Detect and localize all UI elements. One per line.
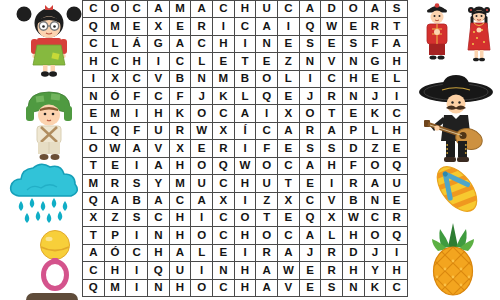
grid-cell[interactable]: I	[235, 193, 256, 209]
grid-cell[interactable]: X	[213, 123, 234, 139]
mariachi-image	[413, 71, 500, 163]
grid-cell[interactable]: K	[170, 105, 191, 121]
grid-cell[interactable]: I	[300, 71, 321, 87]
grid-cell[interactable]: S	[300, 140, 321, 156]
grid-cell[interactable]: A	[126, 140, 147, 156]
grid-cell[interactable]: A	[105, 193, 126, 209]
grid-cell[interactable]: E	[321, 36, 342, 52]
grid-cell[interactable]: V	[148, 140, 169, 156]
grid-cell[interactable]: L	[321, 227, 342, 243]
grid-cell[interactable]: O	[256, 158, 277, 174]
grid-cell[interactable]: E	[386, 193, 407, 209]
grid-cell[interactable]: C	[321, 71, 342, 87]
word-search-grid: COCAMACHUCADOASQMEXERICAIQWERTCLÁGACHINE…	[82, 0, 408, 297]
chaves-boy-image	[20, 84, 78, 162]
grid-cell[interactable]: S	[343, 36, 364, 52]
grid-cell[interactable]: H	[386, 53, 407, 69]
grid-cell[interactable]: F	[126, 123, 147, 139]
grid-cell[interactable]: I	[191, 262, 212, 278]
grid-cell[interactable]: C	[126, 1, 147, 17]
grid-cell[interactable]: E	[213, 245, 234, 261]
grid-cell[interactable]: X	[105, 71, 126, 87]
grid-cell[interactable]: M	[170, 1, 191, 17]
grid-cell[interactable]: E	[365, 71, 386, 87]
grid-cell[interactable]: A	[300, 1, 321, 17]
grid-cell[interactable]: Q	[83, 18, 104, 34]
grid-cell[interactable]: C	[126, 245, 147, 261]
grid-cell[interactable]: Q	[300, 18, 321, 34]
grid-cell[interactable]: J	[365, 88, 386, 104]
grid-cell[interactable]: H	[170, 227, 191, 243]
grid-cell[interactable]: R	[191, 18, 212, 34]
grid-cell[interactable]: J	[300, 88, 321, 104]
grid-cell[interactable]: I	[256, 105, 277, 121]
grid-cell[interactable]: X	[83, 210, 104, 226]
grid-cell[interactable]: L	[191, 245, 212, 261]
grid-cell[interactable]: U	[191, 175, 212, 191]
grid-cell[interactable]: B	[126, 193, 147, 209]
grid-cell[interactable]: Q	[256, 88, 277, 104]
grid-cell[interactable]: H	[170, 210, 191, 226]
grid-cell[interactable]: O	[191, 158, 212, 174]
grid-cell[interactable]: Q	[386, 227, 407, 243]
grid-cell[interactable]: A	[278, 123, 299, 139]
grid-cell[interactable]: Y	[148, 175, 169, 191]
grid-cell[interactable]: X	[278, 193, 299, 209]
grid-cell[interactable]: O	[300, 105, 321, 121]
grid-cell[interactable]: Q	[300, 210, 321, 226]
grid-cell[interactable]: I	[235, 36, 256, 52]
grid-cell[interactable]: C	[213, 1, 234, 17]
grid-cell[interactable]: H	[343, 262, 364, 278]
grid-cell[interactable]: E	[213, 53, 234, 69]
grid-cell[interactable]: Q	[105, 123, 126, 139]
grid-cell[interactable]: N	[343, 88, 364, 104]
grid-cell[interactable]: S	[386, 1, 407, 17]
grid-cell[interactable]: I	[191, 210, 212, 226]
grid-cell[interactable]: T	[83, 227, 104, 243]
grid-cell[interactable]: C	[278, 1, 299, 17]
grid-cell[interactable]: L	[105, 36, 126, 52]
grid-cell[interactable]: E	[278, 210, 299, 226]
baby-rattle-image	[32, 228, 78, 292]
grid-cell[interactable]: Y	[365, 262, 386, 278]
grid-cell[interactable]: C	[213, 175, 234, 191]
grid-cell[interactable]: C	[170, 193, 191, 209]
grid-cell[interactable]: X	[321, 210, 342, 226]
grid-cell[interactable]: H	[148, 105, 169, 121]
grid-cell[interactable]: N	[148, 280, 169, 296]
grid-cell[interactable]: L	[191, 53, 212, 69]
grid-cell[interactable]: Q	[83, 193, 104, 209]
grid-cell[interactable]: H	[343, 227, 364, 243]
grid-cell[interactable]: R	[213, 140, 234, 156]
grid-cell[interactable]: E	[300, 262, 321, 278]
grid-cell[interactable]: Í	[235, 123, 256, 139]
grid-cell[interactable]: S	[300, 36, 321, 52]
grid-cell[interactable]: U	[256, 1, 277, 17]
grid-cell[interactable]: C	[213, 210, 234, 226]
grid-cell[interactable]: J	[365, 245, 386, 261]
grid-cell[interactable]: D	[321, 1, 342, 17]
grid-cell[interactable]: S	[126, 210, 147, 226]
grid-cell[interactable]: H	[235, 227, 256, 243]
grid-cell[interactable]: A	[365, 1, 386, 17]
grid-cell[interactable]: O	[191, 280, 212, 296]
grid-cell[interactable]: W	[105, 140, 126, 156]
grid-cell[interactable]: F	[365, 36, 386, 52]
grid-cell[interactable]: Ó	[105, 88, 126, 104]
grid-cell[interactable]: T	[256, 210, 277, 226]
grid-cell[interactable]: Q	[148, 262, 169, 278]
grid-cell[interactable]: H	[235, 262, 256, 278]
grid-cell[interactable]: M	[170, 175, 191, 191]
grid-cell[interactable]: Ó	[105, 245, 126, 261]
grid-cell[interactable]: V	[278, 280, 299, 296]
grid-cell[interactable]: A	[235, 105, 256, 121]
grid-cell[interactable]: X	[170, 140, 191, 156]
grid-cell[interactable]: W	[343, 210, 364, 226]
grid-cell[interactable]: A	[256, 18, 277, 34]
grid-cell[interactable]: S	[126, 175, 147, 191]
grid-cell[interactable]: I	[213, 18, 234, 34]
grid-cell[interactable]: E	[343, 105, 364, 121]
grid-cell[interactable]: W	[278, 262, 299, 278]
grid-cell[interactable]: H	[105, 262, 126, 278]
cropped-hat-image	[26, 293, 78, 300]
grid-cell[interactable]: H	[386, 262, 407, 278]
grid-cell[interactable]: A	[365, 175, 386, 191]
grid-cell[interactable]: I	[235, 140, 256, 156]
grid-cell[interactable]: O	[256, 227, 277, 243]
grid-cell[interactable]: H	[213, 36, 234, 52]
grid-cell[interactable]: U	[386, 175, 407, 191]
grid-cell[interactable]: U	[148, 123, 169, 139]
grid-cell[interactable]: E	[300, 280, 321, 296]
grid-cell[interactable]: A	[148, 158, 169, 174]
grid-cell[interactable]: H	[83, 53, 104, 69]
grid-cell[interactable]: J	[300, 245, 321, 261]
grid-cell[interactable]: U	[256, 175, 277, 191]
grid-cell[interactable]: L	[83, 123, 104, 139]
grid-cell[interactable]: N	[365, 193, 386, 209]
grid-cell[interactable]: H	[235, 1, 256, 17]
grid-cell[interactable]: L	[278, 71, 299, 87]
grid-cell[interactable]: C	[386, 280, 407, 296]
grid-cell[interactable]: C	[213, 227, 234, 243]
grid-cell[interactable]: K	[213, 88, 234, 104]
grid-cell[interactable]: H	[170, 158, 191, 174]
grid-cell[interactable]: C	[83, 36, 104, 52]
grid-cell[interactable]: E	[170, 18, 191, 34]
grid-cell[interactable]: M	[83, 175, 104, 191]
grid-cell[interactable]: I	[126, 262, 147, 278]
grid-cell[interactable]: B	[170, 71, 191, 87]
chiquinha-girl-image	[15, 1, 82, 78]
grid-cell[interactable]: D	[343, 140, 364, 156]
grid-cell[interactable]: K	[365, 105, 386, 121]
grid-cell[interactable]: M	[105, 280, 126, 296]
grid-cell[interactable]: Á	[126, 36, 147, 52]
grid-cell[interactable]: H	[321, 158, 342, 174]
grid-cell[interactable]: G	[148, 36, 169, 52]
grid-cell[interactable]: N	[256, 36, 277, 52]
grid-cell[interactable]: O	[256, 71, 277, 87]
grid-cell[interactable]: R	[321, 245, 342, 261]
grid-cell[interactable]: C	[278, 227, 299, 243]
grid-cell[interactable]: R	[343, 175, 364, 191]
grid-cell[interactable]: O	[105, 1, 126, 17]
grid-cell[interactable]: A	[278, 245, 299, 261]
grid-cell[interactable]: N	[213, 262, 234, 278]
grid-cell[interactable]: E	[83, 105, 104, 121]
grid-cell[interactable]: C	[213, 105, 234, 121]
grid-cell[interactable]: F	[343, 158, 364, 174]
grid-cell[interactable]: A	[256, 262, 277, 278]
grid-cell[interactable]: E	[343, 18, 364, 34]
grid-cell[interactable]: A	[321, 123, 342, 139]
grid-cell[interactable]: C	[170, 53, 191, 69]
grid-cell[interactable]: N	[83, 88, 104, 104]
grid-cell[interactable]: L	[235, 88, 256, 104]
grid-cell[interactable]: L	[386, 71, 407, 87]
grid-cell[interactable]: A	[170, 36, 191, 52]
grid-cell[interactable]: N	[148, 227, 169, 243]
grid-cell[interactable]: A	[148, 1, 169, 17]
grid-cell[interactable]: H	[148, 245, 169, 261]
grid-cell[interactable]: R	[256, 245, 277, 261]
grid-cell[interactable]: I	[126, 280, 147, 296]
grid-cell[interactable]: A	[83, 245, 104, 261]
grid-cell[interactable]: M	[213, 71, 234, 87]
grid-cell[interactable]: R	[321, 262, 342, 278]
grid-cell[interactable]: C	[83, 262, 104, 278]
grid-cell[interactable]: A	[170, 245, 191, 261]
grid-cell[interactable]: E	[386, 140, 407, 156]
grid-cell[interactable]: O	[343, 1, 364, 17]
grid-cell[interactable]: R	[321, 88, 342, 104]
grid-cell[interactable]: I	[386, 245, 407, 261]
grid-cell[interactable]: I	[83, 71, 104, 87]
grid-cell[interactable]: E	[278, 88, 299, 104]
grid-cell[interactable]: C	[365, 210, 386, 226]
grid-cell[interactable]: T	[321, 105, 342, 121]
grid-cell[interactable]: C	[83, 1, 104, 17]
pineapple-image	[424, 221, 482, 297]
grid-cell[interactable]: H	[235, 280, 256, 296]
grid-cell[interactable]: X	[278, 105, 299, 121]
grid-cell[interactable]: H	[343, 71, 364, 87]
grid-cell[interactable]: I	[278, 18, 299, 34]
word-search-puzzle: COCAMACHUCADOASQMEXERICAIQWERTCLÁGACHINE…	[0, 0, 500, 300]
grid-cell[interactable]: E	[105, 158, 126, 174]
grid-cell[interactable]: G	[365, 53, 386, 69]
grid-cell[interactable]: X	[213, 193, 234, 209]
grid-cell[interactable]: I	[126, 158, 147, 174]
grid-cell[interactable]: V	[148, 71, 169, 87]
grid-cell[interactable]: I	[126, 105, 147, 121]
grid-cell[interactable]: E	[256, 53, 277, 69]
grid-cell[interactable]: M	[105, 18, 126, 34]
grid-cell[interactable]: X	[148, 18, 169, 34]
grid-cell[interactable]: W	[321, 18, 342, 34]
grid-cell[interactable]: A	[386, 36, 407, 52]
grid-cell[interactable]: K	[365, 280, 386, 296]
grid-cell[interactable]: A	[300, 158, 321, 174]
grid-cell[interactable]: J	[191, 88, 212, 104]
grid-cell[interactable]: E	[278, 36, 299, 52]
rain-cloud-image	[5, 160, 83, 226]
grid-cell[interactable]: C	[278, 158, 299, 174]
grid-cell[interactable]: C	[256, 123, 277, 139]
grid-cell[interactable]: C	[126, 71, 147, 87]
grid-cell[interactable]: E	[278, 140, 299, 156]
grid-cell[interactable]: P	[105, 227, 126, 243]
grid-cell[interactable]: O	[365, 158, 386, 174]
grid-cell[interactable]: C	[213, 280, 234, 296]
grid-cell[interactable]: Z	[365, 140, 386, 156]
grid-cell[interactable]: E	[300, 175, 321, 191]
grid-cell[interactable]: W	[235, 158, 256, 174]
grid-cell[interactable]: T	[235, 53, 256, 69]
grid-cell[interactable]: T	[83, 158, 104, 174]
grid-cell[interactable]: N	[300, 53, 321, 69]
grid-cell[interactable]: Q	[83, 280, 104, 296]
grid-cell[interactable]: A	[300, 227, 321, 243]
grid-cell[interactable]: H	[386, 123, 407, 139]
grid-cell[interactable]: A	[256, 280, 277, 296]
grid-cell[interactable]: V	[321, 193, 342, 209]
grid-cell[interactable]: R	[170, 123, 191, 139]
grid-cell[interactable]: T	[386, 18, 407, 34]
grid-cell[interactable]: O	[235, 210, 256, 226]
grid-cell[interactable]: O	[365, 227, 386, 243]
chinese-couple-image	[416, 2, 500, 68]
grid-cell[interactable]: N	[343, 280, 364, 296]
grid-cell[interactable]: S	[321, 280, 342, 296]
grid-cell[interactable]: M	[105, 105, 126, 121]
grid-cell[interactable]: C	[105, 53, 126, 69]
flip-flop-image	[419, 158, 495, 220]
grid-cell[interactable]: Q	[213, 158, 234, 174]
grid-cell[interactable]: H	[170, 280, 191, 296]
grid-cell[interactable]: C	[300, 193, 321, 209]
grid-cell[interactable]: R	[386, 210, 407, 226]
grid-cell[interactable]: W	[191, 123, 212, 139]
grid-cell[interactable]: Q	[386, 158, 407, 174]
grid-cell[interactable]: A	[191, 193, 212, 209]
grid-cell[interactable]: I	[148, 53, 169, 69]
grid-cell[interactable]: O	[83, 140, 104, 156]
grid-cell[interactable]: C	[235, 18, 256, 34]
grid-cell[interactable]: U	[170, 262, 191, 278]
grid-cell[interactable]: A	[148, 193, 169, 209]
grid-cell[interactable]: R	[105, 175, 126, 191]
grid-cell[interactable]: Z	[105, 210, 126, 226]
grid-cell[interactable]: O	[191, 227, 212, 243]
grid-cell[interactable]: Z	[256, 193, 277, 209]
grid-cell[interactable]: C	[148, 88, 169, 104]
grid-cell[interactable]: L	[365, 123, 386, 139]
grid-cell[interactable]: E	[126, 18, 147, 34]
grid-cell[interactable]: B	[343, 193, 364, 209]
grid-cell[interactable]: B	[235, 71, 256, 87]
grid-cell[interactable]: H	[126, 53, 147, 69]
grid-cell[interactable]: Z	[278, 53, 299, 69]
grid-cell[interactable]: V	[321, 53, 342, 69]
grid-cell[interactable]: I	[235, 245, 256, 261]
grid-cell[interactable]: F	[170, 88, 191, 104]
grid-cell[interactable]: A	[191, 1, 212, 17]
grid-cell[interactable]: R	[300, 123, 321, 139]
grid-cell[interactable]: R	[365, 18, 386, 34]
raindrops	[19, 198, 68, 223]
grid-cell[interactable]: T	[278, 175, 299, 191]
grid-cell[interactable]: C	[386, 105, 407, 121]
grid-cell[interactable]: I	[126, 227, 147, 243]
grid-cell[interactable]: C	[148, 210, 169, 226]
grid-cell[interactable]: O	[191, 105, 212, 121]
grid-cell[interactable]: S	[321, 140, 342, 156]
grid-cell[interactable]: I	[386, 88, 407, 104]
grid-cell[interactable]: I	[321, 175, 342, 191]
grid-cell[interactable]: N	[191, 71, 212, 87]
grid-cell[interactable]: F	[126, 88, 147, 104]
grid-cell[interactable]: F	[256, 140, 277, 156]
grid-cell[interactable]: N	[343, 53, 364, 69]
grid-cell[interactable]: H	[235, 175, 256, 191]
grid-cell[interactable]: C	[191, 36, 212, 52]
grid-cell[interactable]: E	[191, 140, 212, 156]
grid-cell[interactable]: D	[343, 245, 364, 261]
grid-cell[interactable]: P	[343, 123, 364, 139]
